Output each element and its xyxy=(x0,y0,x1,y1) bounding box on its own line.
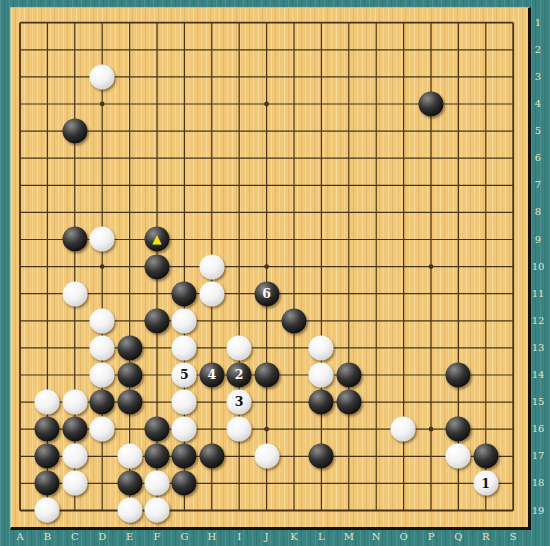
board-point-O17[interactable] xyxy=(390,443,417,470)
board-point-G18[interactable] xyxy=(171,470,198,497)
board-point-K2[interactable] xyxy=(280,36,307,63)
board-point-M14[interactable] xyxy=(335,361,362,388)
board-point-A17[interactable] xyxy=(6,443,33,470)
board-point-E17[interactable] xyxy=(116,443,143,470)
board-point-M9[interactable] xyxy=(335,226,362,253)
board-point-A16[interactable] xyxy=(6,416,33,443)
board-point-O16[interactable] xyxy=(390,416,417,443)
board-point-L6[interactable] xyxy=(308,145,335,172)
board-point-J12[interactable] xyxy=(253,307,280,334)
board-point-P4[interactable] xyxy=(417,90,444,117)
board-point-P6[interactable] xyxy=(417,145,444,172)
board-point-S14[interactable] xyxy=(499,361,526,388)
board-point-C15[interactable] xyxy=(61,389,88,416)
board-point-L3[interactable] xyxy=(308,63,335,90)
board-point-N11[interactable] xyxy=(362,280,389,307)
board-point-C16[interactable] xyxy=(61,416,88,443)
board-point-O18[interactable] xyxy=(390,470,417,497)
board-point-K17[interactable] xyxy=(280,443,307,470)
board-point-M17[interactable] xyxy=(335,443,362,470)
board-point-F3[interactable] xyxy=(143,63,170,90)
board-point-A18[interactable] xyxy=(6,470,33,497)
board-point-P16[interactable] xyxy=(417,416,444,443)
board-point-E16[interactable] xyxy=(116,416,143,443)
board-point-O2[interactable] xyxy=(390,36,417,63)
board-point-G4[interactable] xyxy=(171,90,198,117)
board-point-I17[interactable] xyxy=(225,443,252,470)
board-point-K18[interactable] xyxy=(280,470,307,497)
board-point-P13[interactable] xyxy=(417,334,444,361)
board-point-F12[interactable] xyxy=(143,307,170,334)
board-point-D17[interactable] xyxy=(88,443,115,470)
board-point-E9[interactable] xyxy=(116,226,143,253)
board-point-K16[interactable] xyxy=(280,416,307,443)
board-point-M10[interactable] xyxy=(335,253,362,280)
board-point-O4[interactable] xyxy=(390,90,417,117)
board-point-L17[interactable] xyxy=(308,443,335,470)
board-point-M5[interactable] xyxy=(335,118,362,145)
board-point-O12[interactable] xyxy=(390,307,417,334)
board-point-J3[interactable] xyxy=(253,63,280,90)
board-point-I4[interactable] xyxy=(225,90,252,117)
board-point-N16[interactable] xyxy=(362,416,389,443)
board-point-E8[interactable] xyxy=(116,199,143,226)
board-point-E6[interactable] xyxy=(116,145,143,172)
board-point-N5[interactable] xyxy=(362,118,389,145)
board-point-N4[interactable] xyxy=(362,90,389,117)
board-point-I19[interactable] xyxy=(225,497,252,524)
board-point-J6[interactable] xyxy=(253,145,280,172)
board-point-L7[interactable] xyxy=(308,172,335,199)
board-point-S11[interactable] xyxy=(499,280,526,307)
board-point-I18[interactable] xyxy=(225,470,252,497)
board-point-A14[interactable] xyxy=(6,361,33,388)
board-point-M2[interactable] xyxy=(335,36,362,63)
board-point-Q4[interactable] xyxy=(445,90,472,117)
board-point-K19[interactable] xyxy=(280,497,307,524)
board-point-Q18[interactable] xyxy=(445,470,472,497)
board-point-C18[interactable] xyxy=(61,470,88,497)
board-point-M18[interactable] xyxy=(335,470,362,497)
board-point-R19[interactable] xyxy=(472,497,499,524)
board-point-L18[interactable] xyxy=(308,470,335,497)
board-point-E12[interactable] xyxy=(116,307,143,334)
board-point-B10[interactable] xyxy=(34,253,61,280)
board-point-Q14[interactable] xyxy=(445,361,472,388)
board-point-P19[interactable] xyxy=(417,497,444,524)
board-point-F8[interactable] xyxy=(143,199,170,226)
board-point-C5[interactable] xyxy=(61,118,88,145)
board-point-L16[interactable] xyxy=(308,416,335,443)
board-point-H6[interactable] xyxy=(198,145,225,172)
board-point-C4[interactable] xyxy=(61,90,88,117)
board-point-E3[interactable] xyxy=(116,63,143,90)
board-point-C3[interactable] xyxy=(61,63,88,90)
board-point-G9[interactable] xyxy=(171,226,198,253)
board-point-O13[interactable] xyxy=(390,334,417,361)
board-point-B12[interactable] xyxy=(34,307,61,334)
board-point-H3[interactable] xyxy=(198,63,225,90)
board-point-M13[interactable] xyxy=(335,334,362,361)
board-point-N2[interactable] xyxy=(362,36,389,63)
board-point-B9[interactable] xyxy=(34,226,61,253)
board-point-B16[interactable] xyxy=(34,416,61,443)
board-point-F2[interactable] xyxy=(143,36,170,63)
board-point-R14[interactable] xyxy=(472,361,499,388)
board-point-J1[interactable] xyxy=(253,9,280,36)
board-point-D18[interactable] xyxy=(88,470,115,497)
board-point-D2[interactable] xyxy=(88,36,115,63)
board-point-Q6[interactable] xyxy=(445,145,472,172)
board-point-R8[interactable] xyxy=(472,199,499,226)
board-point-S9[interactable] xyxy=(499,226,526,253)
board-point-L11[interactable] xyxy=(308,280,335,307)
board-point-O1[interactable] xyxy=(390,9,417,36)
board-point-G13[interactable] xyxy=(171,334,198,361)
board-point-B7[interactable] xyxy=(34,172,61,199)
board-point-N7[interactable] xyxy=(362,172,389,199)
board-point-A9[interactable] xyxy=(6,226,33,253)
board-point-Q8[interactable] xyxy=(445,199,472,226)
board-point-R7[interactable] xyxy=(472,172,499,199)
board-point-J9[interactable] xyxy=(253,226,280,253)
board-point-L9[interactable] xyxy=(308,226,335,253)
board-point-B19[interactable] xyxy=(34,497,61,524)
board-point-P5[interactable] xyxy=(417,118,444,145)
board-point-M12[interactable] xyxy=(335,307,362,334)
board-point-E14[interactable] xyxy=(116,361,143,388)
board-point-S18[interactable] xyxy=(499,470,526,497)
board-point-I14[interactable]: 2 xyxy=(225,361,252,388)
board-point-J8[interactable] xyxy=(253,199,280,226)
board-point-Q7[interactable] xyxy=(445,172,472,199)
board-point-B13[interactable] xyxy=(34,334,61,361)
board-point-I11[interactable] xyxy=(225,280,252,307)
board-point-Q11[interactable] xyxy=(445,280,472,307)
board-point-H8[interactable] xyxy=(198,199,225,226)
board-point-K9[interactable] xyxy=(280,226,307,253)
board-point-F6[interactable] xyxy=(143,145,170,172)
board-point-B18[interactable] xyxy=(34,470,61,497)
board-point-J5[interactable] xyxy=(253,118,280,145)
board-point-E10[interactable] xyxy=(116,253,143,280)
board-point-R17[interactable] xyxy=(472,443,499,470)
board-point-C2[interactable] xyxy=(61,36,88,63)
board-point-E19[interactable] xyxy=(116,497,143,524)
board-point-E5[interactable] xyxy=(116,118,143,145)
board-point-B4[interactable] xyxy=(34,90,61,117)
board-point-M15[interactable] xyxy=(335,389,362,416)
board-point-M11[interactable] xyxy=(335,280,362,307)
board-point-B5[interactable] xyxy=(34,118,61,145)
board-point-N10[interactable] xyxy=(362,253,389,280)
board-point-Q12[interactable] xyxy=(445,307,472,334)
board-point-O15[interactable] xyxy=(390,389,417,416)
board-point-R15[interactable] xyxy=(472,389,499,416)
board-point-N6[interactable] xyxy=(362,145,389,172)
board-point-Q13[interactable] xyxy=(445,334,472,361)
board-point-N3[interactable] xyxy=(362,63,389,90)
board-point-A6[interactable] xyxy=(6,145,33,172)
board-point-L13[interactable] xyxy=(308,334,335,361)
board-point-F13[interactable] xyxy=(143,334,170,361)
board-point-D5[interactable] xyxy=(88,118,115,145)
board-point-P10[interactable] xyxy=(417,253,444,280)
board-point-A13[interactable] xyxy=(6,334,33,361)
board-point-E4[interactable] xyxy=(116,90,143,117)
board-point-D19[interactable] xyxy=(88,497,115,524)
board-point-D6[interactable] xyxy=(88,145,115,172)
board-point-J16[interactable] xyxy=(253,416,280,443)
board-point-F5[interactable] xyxy=(143,118,170,145)
board-point-Q16[interactable] xyxy=(445,416,472,443)
board-point-O7[interactable] xyxy=(390,172,417,199)
board-point-H12[interactable] xyxy=(198,307,225,334)
board-point-G15[interactable] xyxy=(171,389,198,416)
board-point-B14[interactable] xyxy=(34,361,61,388)
board-point-Q10[interactable] xyxy=(445,253,472,280)
board-point-N13[interactable] xyxy=(362,334,389,361)
board-point-N9[interactable] xyxy=(362,226,389,253)
board-point-H11[interactable] xyxy=(198,280,225,307)
board-point-R18[interactable]: 1 xyxy=(472,470,499,497)
board-point-D9[interactable] xyxy=(88,226,115,253)
board-point-A1[interactable] xyxy=(6,9,33,36)
board-point-D13[interactable] xyxy=(88,334,115,361)
board-point-A2[interactable] xyxy=(6,36,33,63)
board-point-G14[interactable]: 5 xyxy=(171,361,198,388)
board-point-R11[interactable] xyxy=(472,280,499,307)
board-point-C12[interactable] xyxy=(61,307,88,334)
board-point-I10[interactable] xyxy=(225,253,252,280)
board-point-R2[interactable] xyxy=(472,36,499,63)
board-point-B15[interactable] xyxy=(34,389,61,416)
board-point-D14[interactable] xyxy=(88,361,115,388)
board-point-J18[interactable] xyxy=(253,470,280,497)
board-point-M6[interactable] xyxy=(335,145,362,172)
board-point-O10[interactable] xyxy=(390,253,417,280)
board-point-K4[interactable] xyxy=(280,90,307,117)
board-point-O6[interactable] xyxy=(390,145,417,172)
board-point-A7[interactable] xyxy=(6,172,33,199)
board-point-M3[interactable] xyxy=(335,63,362,90)
board-point-C11[interactable] xyxy=(61,280,88,307)
board-point-I2[interactable] xyxy=(225,36,252,63)
board-point-H15[interactable] xyxy=(198,389,225,416)
board-point-D10[interactable] xyxy=(88,253,115,280)
board-point-H19[interactable] xyxy=(198,497,225,524)
board-point-D12[interactable] xyxy=(88,307,115,334)
board-point-L12[interactable] xyxy=(308,307,335,334)
board-point-K8[interactable] xyxy=(280,199,307,226)
board-point-H5[interactable] xyxy=(198,118,225,145)
board-point-Q19[interactable] xyxy=(445,497,472,524)
board-point-K5[interactable] xyxy=(280,118,307,145)
board-point-C9[interactable] xyxy=(61,226,88,253)
board-point-P8[interactable] xyxy=(417,199,444,226)
board-point-G19[interactable] xyxy=(171,497,198,524)
board-point-J11[interactable]: 6 xyxy=(253,280,280,307)
board-point-R10[interactable] xyxy=(472,253,499,280)
board-point-S2[interactable] xyxy=(499,36,526,63)
board-point-L5[interactable] xyxy=(308,118,335,145)
board-point-F10[interactable] xyxy=(143,253,170,280)
board-point-F16[interactable] xyxy=(143,416,170,443)
board-point-H13[interactable] xyxy=(198,334,225,361)
board-point-D15[interactable] xyxy=(88,389,115,416)
board-point-I5[interactable] xyxy=(225,118,252,145)
board-point-B8[interactable] xyxy=(34,199,61,226)
board-point-C19[interactable] xyxy=(61,497,88,524)
board-point-R1[interactable] xyxy=(472,9,499,36)
board-point-F14[interactable] xyxy=(143,361,170,388)
board-point-Q2[interactable] xyxy=(445,36,472,63)
board-point-N12[interactable] xyxy=(362,307,389,334)
board-point-B2[interactable] xyxy=(34,36,61,63)
board-point-L10[interactable] xyxy=(308,253,335,280)
board-point-D11[interactable] xyxy=(88,280,115,307)
board-point-C14[interactable] xyxy=(61,361,88,388)
board-point-M1[interactable] xyxy=(335,9,362,36)
board-point-R3[interactable] xyxy=(472,63,499,90)
board-point-N1[interactable] xyxy=(362,9,389,36)
board-point-N14[interactable] xyxy=(362,361,389,388)
board-point-O3[interactable] xyxy=(390,63,417,90)
board-point-I3[interactable] xyxy=(225,63,252,90)
board-point-A3[interactable] xyxy=(6,63,33,90)
board-point-Q1[interactable] xyxy=(445,9,472,36)
board-point-O19[interactable] xyxy=(390,497,417,524)
board-point-F4[interactable] xyxy=(143,90,170,117)
board-point-C8[interactable] xyxy=(61,199,88,226)
board-point-S1[interactable] xyxy=(499,9,526,36)
board-point-O14[interactable] xyxy=(390,361,417,388)
board-point-K13[interactable] xyxy=(280,334,307,361)
board-point-A5[interactable] xyxy=(6,118,33,145)
board-point-E2[interactable] xyxy=(116,36,143,63)
board-point-D16[interactable] xyxy=(88,416,115,443)
board-point-S15[interactable] xyxy=(499,389,526,416)
board-point-P18[interactable] xyxy=(417,470,444,497)
board-point-L2[interactable] xyxy=(308,36,335,63)
board-point-N8[interactable] xyxy=(362,199,389,226)
board-point-G8[interactable] xyxy=(171,199,198,226)
board-point-B1[interactable] xyxy=(34,9,61,36)
board-point-L14[interactable] xyxy=(308,361,335,388)
board-point-F17[interactable] xyxy=(143,443,170,470)
board-point-J17[interactable] xyxy=(253,443,280,470)
board-point-S4[interactable] xyxy=(499,90,526,117)
board-point-H10[interactable] xyxy=(198,253,225,280)
board-point-P9[interactable] xyxy=(417,226,444,253)
board-point-D8[interactable] xyxy=(88,199,115,226)
board-point-M8[interactable] xyxy=(335,199,362,226)
board-point-K6[interactable] xyxy=(280,145,307,172)
board-point-Q5[interactable] xyxy=(445,118,472,145)
board-point-R6[interactable] xyxy=(472,145,499,172)
board-point-G2[interactable] xyxy=(171,36,198,63)
board-point-N19[interactable] xyxy=(362,497,389,524)
board-point-C13[interactable] xyxy=(61,334,88,361)
board-point-P3[interactable] xyxy=(417,63,444,90)
board-point-K10[interactable] xyxy=(280,253,307,280)
board-point-J14[interactable] xyxy=(253,361,280,388)
board-point-E18[interactable] xyxy=(116,470,143,497)
board-point-F11[interactable] xyxy=(143,280,170,307)
board-point-R4[interactable] xyxy=(472,90,499,117)
board-point-C17[interactable] xyxy=(61,443,88,470)
board-point-L15[interactable] xyxy=(308,389,335,416)
board-point-I8[interactable] xyxy=(225,199,252,226)
board-point-K14[interactable] xyxy=(280,361,307,388)
board-point-S17[interactable] xyxy=(499,443,526,470)
board-point-P11[interactable] xyxy=(417,280,444,307)
board-point-A12[interactable] xyxy=(6,307,33,334)
board-point-B11[interactable] xyxy=(34,280,61,307)
board-point-L19[interactable] xyxy=(308,497,335,524)
board-point-R5[interactable] xyxy=(472,118,499,145)
board-point-R9[interactable] xyxy=(472,226,499,253)
board-point-C1[interactable] xyxy=(61,9,88,36)
board-point-E7[interactable] xyxy=(116,172,143,199)
board-point-G12[interactable] xyxy=(171,307,198,334)
board-point-J4[interactable] xyxy=(253,90,280,117)
board-point-S10[interactable] xyxy=(499,253,526,280)
board-point-M4[interactable] xyxy=(335,90,362,117)
board-point-I1[interactable] xyxy=(225,9,252,36)
board-point-I7[interactable] xyxy=(225,172,252,199)
board-point-P1[interactable] xyxy=(417,9,444,36)
board-point-K7[interactable] xyxy=(280,172,307,199)
board-point-Q17[interactable] xyxy=(445,443,472,470)
board-point-H18[interactable] xyxy=(198,470,225,497)
board-point-F7[interactable] xyxy=(143,172,170,199)
board-point-F9[interactable]: ▲ xyxy=(143,226,170,253)
board-point-I13[interactable] xyxy=(225,334,252,361)
board-point-G5[interactable] xyxy=(171,118,198,145)
board-point-G6[interactable] xyxy=(171,145,198,172)
board-point-L1[interactable] xyxy=(308,9,335,36)
board-point-I6[interactable] xyxy=(225,145,252,172)
board-point-E13[interactable] xyxy=(116,334,143,361)
board-point-A4[interactable] xyxy=(6,90,33,117)
board-point-E15[interactable] xyxy=(116,389,143,416)
board-point-G10[interactable] xyxy=(171,253,198,280)
board-point-G11[interactable] xyxy=(171,280,198,307)
board-point-H7[interactable] xyxy=(198,172,225,199)
board-point-P7[interactable] xyxy=(417,172,444,199)
board-point-P15[interactable] xyxy=(417,389,444,416)
board-point-Q15[interactable] xyxy=(445,389,472,416)
board-point-G16[interactable] xyxy=(171,416,198,443)
board-point-S7[interactable] xyxy=(499,172,526,199)
board-point-D7[interactable] xyxy=(88,172,115,199)
board-point-D1[interactable] xyxy=(88,9,115,36)
board-point-J10[interactable] xyxy=(253,253,280,280)
board-point-H4[interactable] xyxy=(198,90,225,117)
board-point-B17[interactable] xyxy=(34,443,61,470)
board-point-A11[interactable] xyxy=(6,280,33,307)
board-point-H14[interactable]: 4 xyxy=(198,361,225,388)
board-point-S16[interactable] xyxy=(499,416,526,443)
board-point-H17[interactable] xyxy=(198,443,225,470)
board-point-J19[interactable] xyxy=(253,497,280,524)
board-point-M16[interactable] xyxy=(335,416,362,443)
board-point-S5[interactable] xyxy=(499,118,526,145)
board-point-N15[interactable] xyxy=(362,389,389,416)
board-point-F19[interactable] xyxy=(143,497,170,524)
board-point-P17[interactable] xyxy=(417,443,444,470)
